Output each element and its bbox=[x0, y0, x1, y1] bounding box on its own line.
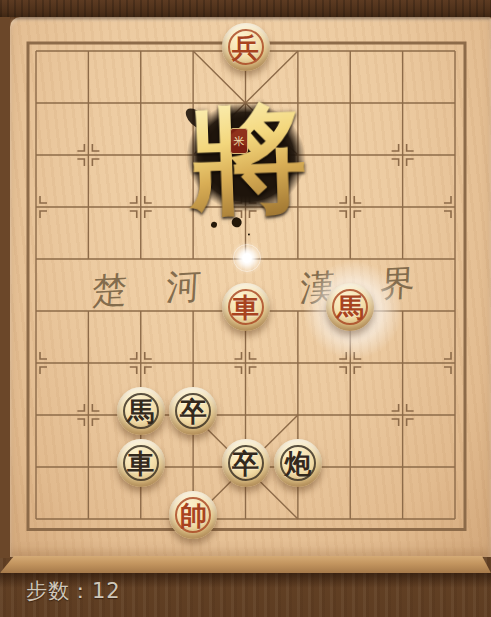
check-animation: 將 米 bbox=[170, 86, 326, 232]
piece-black-chariot[interactable]: 車 bbox=[117, 439, 165, 487]
piece-glyph: 卒 bbox=[180, 398, 207, 425]
piece-glyph: 卒 bbox=[232, 450, 259, 477]
top-frame bbox=[0, 0, 491, 17]
piece-glyph: 帥 bbox=[180, 502, 207, 529]
move-highlight-dot bbox=[230, 241, 264, 275]
piece-red-horse[interactable]: 馬 bbox=[326, 283, 374, 331]
piece-glyph: 馬 bbox=[337, 294, 364, 321]
game-screen: 楚 河 漢 界 兵車馬馬卒車卒炮帥 將 米 步数：12 bbox=[0, 0, 491, 617]
status-bar: 步数：12 bbox=[26, 577, 121, 605]
left-frame bbox=[0, 17, 10, 558]
board-front-edge bbox=[0, 556, 491, 573]
piece-glyph: 車 bbox=[127, 450, 154, 477]
piece-red-chariot[interactable]: 車 bbox=[222, 283, 270, 331]
piece-glyph: 兵 bbox=[232, 34, 259, 61]
piece-black-soldier[interactable]: 卒 bbox=[169, 387, 217, 435]
piece-black-horse[interactable]: 馬 bbox=[117, 387, 165, 435]
check-character: 將 bbox=[167, 83, 328, 234]
piece-black-soldier[interactable]: 卒 bbox=[222, 439, 270, 487]
piece-glyph: 車 bbox=[232, 294, 259, 321]
check-seal: 米 bbox=[230, 128, 248, 154]
piece-glyph: 馬 bbox=[127, 398, 154, 425]
piece-red-soldier[interactable]: 兵 bbox=[222, 23, 270, 71]
step-counter: 步数：12 bbox=[26, 579, 121, 603]
river-label-chu-he: 楚 河 bbox=[91, 268, 216, 310]
piece-black-cannon[interactable]: 炮 bbox=[274, 439, 322, 487]
piece-red-general[interactable]: 帥 bbox=[169, 491, 217, 539]
piece-glyph: 炮 bbox=[284, 450, 311, 477]
